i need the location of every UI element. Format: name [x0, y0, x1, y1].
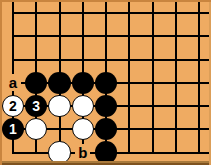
intersection-c8r1: [164, 1, 187, 24]
intersection-c8r4: [164, 71, 187, 94]
move-number: 2: [9, 99, 17, 113]
grid-line-vertical: [35, 25, 37, 48]
intersection-c3r3: [48, 48, 71, 71]
intersection-c6r2: [118, 25, 141, 48]
intersection-c4r5: [71, 94, 94, 117]
intersection-c9r6: [187, 118, 210, 141]
grid-line-vertical: [175, 94, 177, 117]
intersection-c9r5: [187, 94, 210, 117]
grid-line-vertical: [152, 141, 154, 154]
intersection-c7r1: [141, 1, 164, 24]
intersection-c4r3: [71, 48, 94, 71]
move-number: 1: [9, 122, 17, 136]
intersection-c2r6: [25, 118, 48, 141]
intersection-c1r7: [1, 141, 24, 164]
intersection-c5r1: [94, 1, 117, 24]
grid-line-vertical: [12, 1, 14, 24]
intersection-c3r5: [48, 94, 71, 117]
move-2-stone: 2: [2, 95, 24, 117]
grid-line-vertical: [198, 25, 200, 48]
grid-line-vertical: [198, 48, 200, 71]
intersection-c2r4: [25, 71, 48, 94]
intersection-c7r7: [141, 141, 164, 164]
intersection-c6r5: [118, 94, 141, 117]
grid-line-vertical: [128, 1, 130, 24]
intersection-c1r2: [1, 25, 24, 48]
intersection-c2r1: [25, 1, 48, 24]
intersection-c4r4: [71, 71, 94, 94]
move-3-stone: 3: [25, 95, 47, 117]
grid-line-vertical: [59, 118, 61, 141]
intersection-c4r2: [71, 25, 94, 48]
grid-line-vertical: [35, 141, 37, 154]
grid-line-vertical: [198, 94, 200, 117]
grid-line-vertical: [175, 118, 177, 141]
intersection-c6r7: [118, 141, 141, 164]
point-label-b: b: [75, 144, 90, 161]
grid-line-vertical: [12, 25, 14, 48]
intersection-c8r3: [164, 48, 187, 71]
intersection-c7r2: [141, 25, 164, 48]
black-stone: [95, 72, 117, 94]
intersection-c8r6: [164, 118, 187, 141]
intersection-c9r7: [187, 141, 210, 164]
intersection-c1r3: [1, 48, 24, 71]
intersection-c2r7: [25, 141, 48, 164]
white-stone: [48, 141, 70, 163]
intersection-c3r2: [48, 25, 71, 48]
intersection-c3r6: [48, 118, 71, 141]
intersection-c2r2: [25, 25, 48, 48]
grid-line-vertical: [152, 94, 154, 117]
grid-line-vertical: [175, 48, 177, 71]
intersection-c4r7: b: [71, 141, 94, 164]
grid-line-vertical: [12, 141, 14, 154]
intersection-c6r1: [118, 1, 141, 24]
intersection-c1r6: 1: [1, 118, 24, 141]
black-stone: [95, 95, 117, 117]
intersection-c6r6: [118, 118, 141, 141]
intersection-c7r6: [141, 118, 164, 141]
grid-line-vertical: [128, 71, 130, 94]
intersection-c5r2: [94, 25, 117, 48]
move-number: 3: [32, 99, 40, 113]
grid-line-vertical: [152, 25, 154, 48]
point-label-a: a: [5, 74, 20, 91]
intersection-c7r5: [141, 94, 164, 117]
intersection-c1r5: 2: [1, 94, 24, 117]
intersection-c5r6: [94, 118, 117, 141]
grid-line-vertical: [198, 141, 200, 154]
grid-line-vertical: [128, 118, 130, 141]
grid-line-vertical: [198, 1, 200, 24]
grid-line-vertical: [128, 94, 130, 117]
grid-line-vertical: [59, 1, 61, 24]
intersection-c3r4: [48, 71, 71, 94]
grid-line-vertical: [59, 25, 61, 48]
grid-line-vertical: [128, 25, 130, 48]
black-stone: [48, 72, 70, 94]
grid-line-vertical: [59, 48, 61, 71]
grid-line-vertical: [128, 48, 130, 71]
black-stone: [95, 141, 117, 163]
grid-line-vertical: [12, 48, 14, 71]
intersection-c5r4: [94, 71, 117, 94]
grid-line-vertical: [105, 25, 107, 48]
intersection-c9r4: [187, 71, 210, 94]
grid-line-vertical: [152, 71, 154, 94]
intersection-c3r1: [48, 1, 71, 24]
go-diagram: a231b: [0, 0, 211, 165]
intersection-c2r5: 3: [25, 94, 48, 117]
grid-line-vertical: [175, 1, 177, 24]
white-stone: [72, 95, 94, 117]
go-board: a231b: [1, 1, 210, 164]
grid-line-vertical: [35, 48, 37, 71]
grid-line-vertical: [175, 71, 177, 94]
grid-line-vertical: [152, 118, 154, 141]
intersection-c9r2: [187, 25, 210, 48]
grid-line-vertical: [175, 25, 177, 48]
grid-line-vertical: [198, 71, 200, 94]
intersection-c1r4: a: [1, 71, 24, 94]
grid-line-vertical: [198, 118, 200, 141]
grid-line-vertical: [82, 25, 84, 48]
intersection-c6r3: [118, 48, 141, 71]
grid-line-vertical: [152, 48, 154, 71]
intersection-c5r3: [94, 48, 117, 71]
black-stone: [72, 72, 94, 94]
intersection-c7r3: [141, 48, 164, 71]
white-stone: [25, 118, 47, 140]
intersection-c5r5: [94, 94, 117, 117]
move-1-stone: 1: [2, 118, 24, 140]
intersection-c8r2: [164, 25, 187, 48]
intersection-c4r6: [71, 118, 94, 141]
white-stone: [72, 118, 94, 140]
white-stone: [48, 95, 70, 117]
grid-line-vertical: [82, 48, 84, 71]
grid-line-vertical: [105, 1, 107, 24]
intersection-c9r1: [187, 1, 210, 24]
intersection-c8r5: [164, 94, 187, 117]
intersection-c2r3: [25, 48, 48, 71]
grid-line-vertical: [35, 1, 37, 24]
intersection-c4r1: [71, 1, 94, 24]
intersection-c9r3: [187, 48, 210, 71]
grid-line-vertical: [128, 141, 130, 154]
grid-line-vertical: [82, 1, 84, 24]
intersection-c3r7: [48, 141, 71, 164]
black-stone: [95, 118, 117, 140]
intersection-c5r7: [94, 141, 117, 164]
grid-line-vertical: [175, 141, 177, 154]
intersection-c1r1: [1, 1, 24, 24]
grid-line-vertical: [105, 48, 107, 71]
intersection-c7r4: [141, 71, 164, 94]
intersection-c6r4: [118, 71, 141, 94]
intersection-c8r7: [164, 141, 187, 164]
grid-line-vertical: [152, 1, 154, 24]
black-stone: [25, 72, 47, 94]
